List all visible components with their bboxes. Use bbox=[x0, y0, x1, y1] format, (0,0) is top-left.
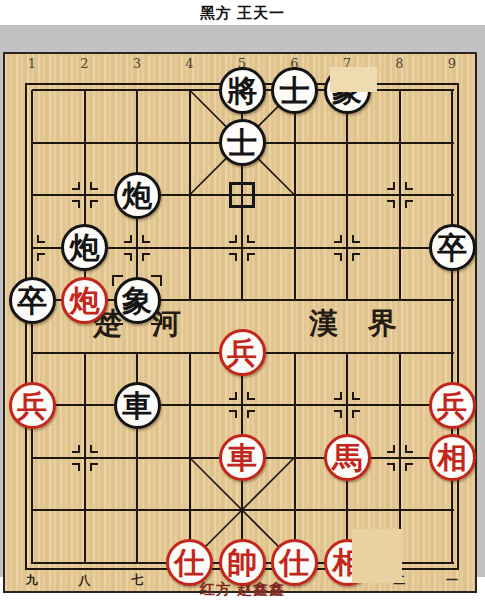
star-point-mark bbox=[352, 253, 360, 261]
star-point-mark bbox=[124, 235, 132, 243]
star-point-mark bbox=[334, 235, 342, 243]
file-label-top-2: 2 bbox=[74, 56, 96, 71]
file-label-top-4: 4 bbox=[179, 56, 201, 71]
star-point-mark bbox=[142, 253, 150, 261]
star-point-mark bbox=[405, 445, 413, 453]
board-panel: 123456789 九八七六五四三二一 楚河 漢界 將士象士炮炮卒卒象車炮兵兵兵… bbox=[0, 25, 485, 577]
star-point-mark bbox=[229, 410, 237, 418]
star-point-mark bbox=[405, 182, 413, 190]
star-point-mark bbox=[247, 253, 255, 261]
app-window: 黑方 王天一 123456789 九八七六五四三二一 楚河 漢界 將士象士炮炮卒… bbox=[0, 0, 485, 601]
star-point-mark bbox=[247, 410, 255, 418]
file-label-bottom: 九 bbox=[21, 572, 43, 589]
file-label-top-8: 8 bbox=[389, 56, 411, 71]
render-artifact bbox=[352, 529, 402, 583]
piece-black-advisor[interactable]: 士 bbox=[271, 67, 318, 114]
piece-red-general[interactable]: 帥 bbox=[219, 539, 266, 586]
render-artifact bbox=[330, 67, 377, 92]
star-point-mark bbox=[352, 392, 360, 400]
star-point-mark bbox=[72, 463, 80, 471]
star-point-mark bbox=[247, 392, 255, 400]
piece-black-general[interactable]: 將 bbox=[219, 67, 266, 114]
star-point-mark bbox=[334, 253, 342, 261]
piece-red-soldier[interactable]: 兵 bbox=[429, 382, 476, 429]
piece-black-cannon[interactable]: 炮 bbox=[61, 224, 108, 271]
star-point-mark bbox=[352, 410, 360, 418]
piece-black-soldier[interactable]: 卒 bbox=[429, 224, 476, 271]
star-point-mark bbox=[90, 182, 98, 190]
piece-red-chariot[interactable]: 車 bbox=[219, 434, 266, 481]
piece-red-advisor[interactable]: 仕 bbox=[166, 539, 213, 586]
star-point-mark bbox=[387, 200, 395, 208]
river-label-right: 漢界 bbox=[309, 304, 427, 344]
star-point-mark bbox=[37, 235, 45, 243]
star-point-mark bbox=[229, 392, 237, 400]
star-point-mark bbox=[37, 253, 45, 261]
star-point-mark bbox=[405, 463, 413, 471]
star-point-mark bbox=[72, 182, 80, 190]
file-label-bottom: 一 bbox=[441, 572, 463, 589]
star-point-mark bbox=[387, 445, 395, 453]
last-move-from-marker bbox=[229, 182, 255, 208]
star-point-mark bbox=[72, 445, 80, 453]
file-label-bottom: 七 bbox=[126, 572, 148, 589]
star-point-mark bbox=[72, 200, 80, 208]
piece-black-soldier[interactable]: 卒 bbox=[9, 277, 56, 324]
piece-red-elephant[interactable]: 相 bbox=[429, 434, 476, 481]
star-point-mark bbox=[352, 235, 360, 243]
piece-red-soldier[interactable]: 兵 bbox=[9, 382, 56, 429]
star-point-mark bbox=[229, 235, 237, 243]
star-point-mark bbox=[142, 235, 150, 243]
file-label-top-3: 3 bbox=[126, 56, 148, 71]
file-label-top-1: 1 bbox=[21, 56, 43, 71]
file-label-top-9: 9 bbox=[441, 56, 463, 71]
piece-red-horse[interactable]: 馬 bbox=[324, 434, 371, 481]
star-point-mark bbox=[405, 200, 413, 208]
black-player-label: 黑方 王天一 bbox=[0, 4, 485, 23]
star-point-mark bbox=[387, 182, 395, 190]
star-point-mark bbox=[90, 463, 98, 471]
star-point-mark bbox=[247, 235, 255, 243]
piece-black-elephant[interactable]: 象 bbox=[114, 277, 161, 324]
star-point-mark bbox=[387, 463, 395, 471]
star-point-mark bbox=[124, 253, 132, 261]
piece-red-soldier[interactable]: 兵 bbox=[219, 329, 266, 376]
star-point-mark bbox=[334, 392, 342, 400]
xiangqi-board: 123456789 九八七六五四三二一 楚河 漢界 將士象士炮炮卒卒象車炮兵兵兵… bbox=[3, 52, 477, 593]
piece-black-cannon[interactable]: 炮 bbox=[114, 172, 161, 219]
star-point-mark bbox=[90, 200, 98, 208]
piece-black-advisor[interactable]: 士 bbox=[219, 119, 266, 166]
piece-red-advisor[interactable]: 仕 bbox=[271, 539, 318, 586]
star-point-mark bbox=[334, 410, 342, 418]
piece-red-cannon[interactable]: 炮 bbox=[61, 277, 108, 324]
piece-black-chariot[interactable]: 車 bbox=[114, 382, 161, 429]
file-label-bottom: 八 bbox=[74, 572, 96, 589]
star-point-mark bbox=[90, 445, 98, 453]
star-point-mark bbox=[229, 253, 237, 261]
